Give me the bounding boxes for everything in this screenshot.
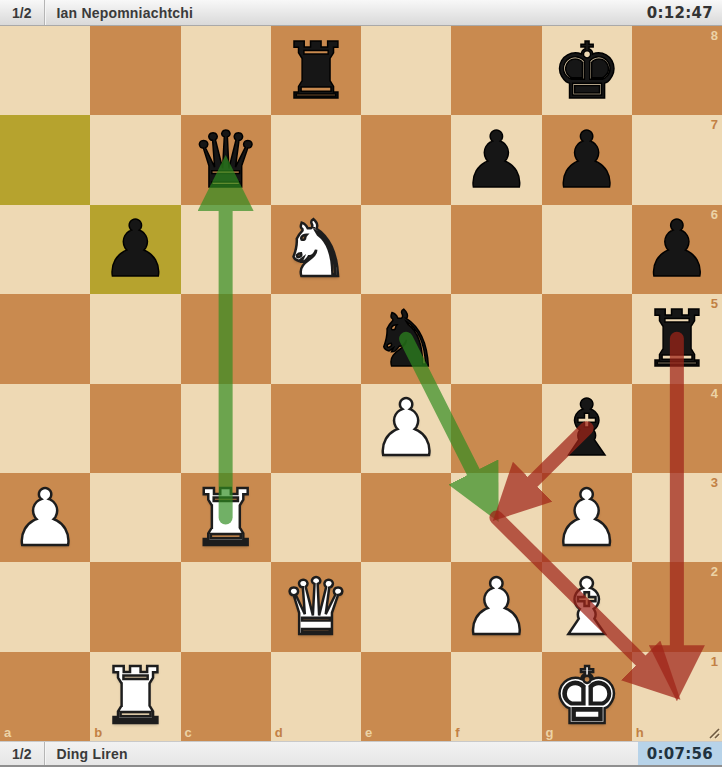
square-g1[interactable]: ♚g: [542, 652, 632, 741]
square-c4[interactable]: [181, 384, 271, 473]
square-c3[interactable]: ♜: [181, 473, 271, 562]
square-d7[interactable]: [271, 115, 361, 204]
coord-file-e: e: [365, 725, 372, 740]
square-e3[interactable]: [361, 473, 451, 562]
piece-wp-g3: ♟: [552, 479, 622, 557]
square-e8[interactable]: [361, 26, 451, 115]
board-wrap: ♜♚8♛♟♟7♟♞♟6♞♜5♟♝4♟♜♟3♛♟♝2a♜bcdef♚g1h: [0, 26, 722, 741]
player-top-score: 1/2: [0, 5, 44, 21]
square-e5[interactable]: ♞: [361, 294, 451, 383]
piece-bq-c7: ♛: [191, 121, 261, 199]
square-h3[interactable]: 3: [632, 473, 722, 562]
piece-br-d8: ♜: [281, 32, 351, 110]
square-h7[interactable]: 7: [632, 115, 722, 204]
piece-wr-c3: ♜: [191, 479, 261, 557]
coord-file-c: c: [185, 725, 192, 740]
square-d6[interactable]: ♞: [271, 205, 361, 294]
piece-wb-g2: ♝: [552, 568, 622, 646]
square-e6[interactable]: [361, 205, 451, 294]
square-d2[interactable]: ♛: [271, 562, 361, 651]
square-a6[interactable]: [0, 205, 90, 294]
piece-br-h5: ♜: [642, 300, 712, 378]
square-h6[interactable]: ♟6: [632, 205, 722, 294]
player-top-clock: 0:12:47: [638, 0, 722, 25]
piece-bk-g8: ♚: [552, 32, 622, 110]
piece-bp-b6: ♟: [100, 210, 170, 288]
square-a4[interactable]: [0, 384, 90, 473]
piece-wp-f2: ♟: [461, 568, 531, 646]
coord-file-g: g: [546, 725, 554, 740]
broadcast-board-window: 1/2 Ian Nepomniachtchi 0:12:47 ♜♚8♛♟♟7♟♞…: [0, 0, 722, 767]
square-e7[interactable]: [361, 115, 451, 204]
square-c8[interactable]: [181, 26, 271, 115]
piece-wq-d2: ♛: [281, 568, 351, 646]
square-f6[interactable]: [451, 205, 541, 294]
square-d4[interactable]: [271, 384, 361, 473]
piece-wn-d6: ♞: [281, 210, 351, 288]
square-h2[interactable]: 2: [632, 562, 722, 651]
square-h4[interactable]: 4: [632, 384, 722, 473]
square-c5[interactable]: [181, 294, 271, 383]
piece-bb-g4: ♝: [552, 389, 622, 467]
player-bar-bottom: 1/2 Ding Liren 0:07:56: [0, 741, 722, 767]
square-f7[interactable]: ♟: [451, 115, 541, 204]
square-b3[interactable]: [90, 473, 180, 562]
piece-bp-f7: ♟: [461, 121, 531, 199]
square-a3[interactable]: ♟: [0, 473, 90, 562]
coord-rank-3: 3: [711, 475, 718, 490]
last-move-highlight: [0, 115, 90, 204]
square-a2[interactable]: [0, 562, 90, 651]
piece-wk-g1: ♚: [552, 657, 622, 735]
square-c1[interactable]: c: [181, 652, 271, 741]
square-f3[interactable]: [451, 473, 541, 562]
square-a1[interactable]: a: [0, 652, 90, 741]
coord-file-a: a: [4, 725, 11, 740]
square-g2[interactable]: ♝: [542, 562, 632, 651]
coord-file-d: d: [275, 725, 283, 740]
coord-rank-5: 5: [711, 296, 718, 311]
coord-rank-2: 2: [711, 564, 718, 579]
square-d1[interactable]: d: [271, 652, 361, 741]
square-e2[interactable]: [361, 562, 451, 651]
square-g7[interactable]: ♟: [542, 115, 632, 204]
square-b6[interactable]: ♟: [90, 205, 180, 294]
piece-wr-b1: ♜: [100, 657, 170, 735]
square-a8[interactable]: [0, 26, 90, 115]
square-c2[interactable]: [181, 562, 271, 651]
square-d5[interactable]: [271, 294, 361, 383]
square-f2[interactable]: ♟: [451, 562, 541, 651]
player-bottom-name: Ding Liren: [45, 746, 127, 762]
player-bottom-score: 1/2: [0, 746, 44, 762]
square-c6[interactable]: [181, 205, 271, 294]
square-h5[interactable]: ♜5: [632, 294, 722, 383]
coord-rank-4: 4: [711, 386, 718, 401]
square-d8[interactable]: ♜: [271, 26, 361, 115]
square-b2[interactable]: [90, 562, 180, 651]
coord-file-b: b: [94, 725, 102, 740]
square-b5[interactable]: [90, 294, 180, 383]
square-b8[interactable]: [90, 26, 180, 115]
piece-wp-a3: ♟: [10, 479, 80, 557]
square-f8[interactable]: [451, 26, 541, 115]
player-bottom-clock: 0:07:56: [638, 742, 722, 765]
coord-rank-6: 6: [711, 207, 718, 222]
square-g3[interactable]: ♟: [542, 473, 632, 562]
square-f4[interactable]: [451, 384, 541, 473]
square-b7[interactable]: [90, 115, 180, 204]
square-f5[interactable]: [451, 294, 541, 383]
coord-rank-8: 8: [711, 28, 718, 43]
piece-wp-e4: ♟: [371, 389, 441, 467]
player-bar-top: 1/2 Ian Nepomniachtchi 0:12:47: [0, 0, 722, 26]
square-e1[interactable]: e: [361, 652, 451, 741]
square-g6[interactable]: [542, 205, 632, 294]
piece-bp-g7: ♟: [552, 121, 622, 199]
resize-handle-icon[interactable]: [704, 723, 720, 739]
coord-rank-1: 1: [711, 654, 718, 669]
coord-file-f: f: [455, 725, 459, 740]
player-top-name: Ian Nepomniachtchi: [45, 5, 193, 21]
square-g5[interactable]: [542, 294, 632, 383]
square-c7[interactable]: ♛: [181, 115, 271, 204]
square-a5[interactable]: [0, 294, 90, 383]
coord-rank-7: 7: [711, 117, 718, 132]
square-d3[interactable]: [271, 473, 361, 562]
square-e4[interactable]: ♟: [361, 384, 451, 473]
square-g8[interactable]: ♚: [542, 26, 632, 115]
square-h8[interactable]: 8: [632, 26, 722, 115]
coord-file-h: h: [636, 725, 644, 740]
piece-bn-e5: ♞: [371, 300, 441, 378]
square-g4[interactable]: ♝: [542, 384, 632, 473]
square-b4[interactable]: [90, 384, 180, 473]
piece-bp-h6: ♟: [642, 210, 712, 288]
square-f1[interactable]: f: [451, 652, 541, 741]
square-b1[interactable]: ♜b: [90, 652, 180, 741]
chess-board: ♜♚8♛♟♟7♟♞♟6♞♜5♟♝4♟♜♟3♛♟♝2a♜bcdef♚g1h: [0, 26, 722, 741]
square-a7[interactable]: [0, 115, 90, 204]
